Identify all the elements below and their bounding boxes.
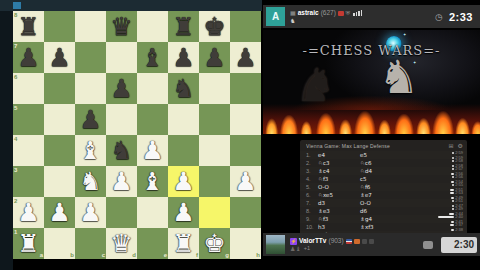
- move-list-panel: Vienna Game: Max Lange Defense ⊞ ⚙ 1.e4e…: [300, 140, 467, 236]
- square-c6[interactable]: [75, 73, 106, 104]
- white-queen[interactable]: ♛: [110, 228, 132, 259]
- white-pawn[interactable]: ♟: [48, 197, 70, 228]
- square-a6[interactable]: 6: [13, 73, 44, 104]
- move-times: 2:372:38: [402, 223, 467, 232]
- flag-icon: [346, 239, 352, 244]
- square-f4[interactable]: [168, 135, 199, 166]
- square-e8[interactable]: [137, 11, 168, 42]
- square-b6[interactable]: [44, 73, 75, 104]
- square-d2[interactable]: [106, 197, 137, 228]
- white-rook[interactable]: ♜: [172, 228, 194, 259]
- square-d6[interactable]: ♟: [106, 73, 137, 104]
- white-knight[interactable]: ♞: [79, 166, 101, 197]
- square-f7[interactable]: ♟: [168, 42, 199, 73]
- square-f5[interactable]: [168, 104, 199, 135]
- square-g5[interactable]: [199, 104, 230, 135]
- player-name[interactable]: astraic: [298, 9, 319, 17]
- square-c7[interactable]: [75, 42, 106, 73]
- twitch-badge-icon: ⚡: [290, 238, 297, 245]
- square-h8[interactable]: [230, 11, 261, 42]
- clock-bottom: 2:30: [441, 237, 477, 253]
- move-number: 2.: [306, 160, 318, 166]
- grid-badge-icon: ▦: [290, 10, 296, 16]
- move-number: 4.: [306, 176, 318, 182]
- square-h2[interactable]: [230, 197, 261, 228]
- square-h5[interactable]: [230, 104, 261, 135]
- top-border-strip: [0, 0, 262, 11]
- white-pawn[interactable]: ♟: [110, 166, 132, 197]
- flames-art: [263, 104, 480, 134]
- black-move[interactable]: O-O: [360, 200, 402, 206]
- square-h6[interactable]: [230, 73, 261, 104]
- white-move[interactable]: ♘c3: [318, 160, 360, 166]
- white-move[interactable]: d3: [318, 200, 360, 206]
- black-pawn[interactable]: ♟: [234, 42, 256, 73]
- square-e2[interactable]: [137, 197, 168, 228]
- white-knight-art: ♞: [378, 54, 419, 100]
- square-g8[interactable]: ♚: [199, 11, 230, 42]
- file-label: h: [256, 252, 260, 258]
- white-move[interactable]: O-O: [318, 184, 360, 190]
- stream-panel: A ▦ astraic (627) ⛨ ♞ ◷ 2:33 ✦ ✦ -=CHESS…: [263, 0, 480, 270]
- square-d8[interactable]: ♛: [106, 11, 137, 42]
- white-pawn[interactable]: ♟: [141, 135, 163, 166]
- square-g1[interactable]: g♚: [199, 228, 230, 259]
- white-move[interactable]: ♗c4: [318, 168, 360, 174]
- square-g6[interactable]: [199, 73, 230, 104]
- square-a7[interactable]: 7♟: [13, 42, 44, 73]
- square-e6[interactable]: [137, 73, 168, 104]
- white-move[interactable]: ♘f3: [318, 176, 360, 182]
- square-d1[interactable]: d♛: [106, 228, 137, 259]
- move-row: 10.h3♗xf32:372:38: [300, 223, 467, 231]
- move-number: 8.: [306, 208, 318, 214]
- player-rating: (627): [321, 9, 336, 17]
- white-move[interactable]: ♗e3: [318, 208, 360, 214]
- black-knight[interactable]: ♞: [110, 135, 132, 166]
- captured-pieces: ♞: [290, 17, 295, 24]
- move-number: 6.: [306, 192, 318, 198]
- black-rook[interactable]: ♜: [172, 11, 194, 42]
- avatar[interactable]: A: [266, 7, 285, 26]
- black-move[interactable]: ♘d4: [360, 168, 402, 174]
- square-d7[interactable]: [106, 42, 137, 73]
- square-e4[interactable]: ♟: [137, 135, 168, 166]
- white-move[interactable]: e4: [318, 152, 360, 158]
- square-d4[interactable]: ♞: [106, 135, 137, 166]
- square-a4[interactable]: 4: [13, 135, 44, 166]
- square-e7[interactable]: ♝: [137, 42, 168, 73]
- square-a3[interactable]: 3: [13, 166, 44, 197]
- square-h4[interactable]: [230, 135, 261, 166]
- file-label: c: [102, 252, 105, 258]
- move-number: 5.: [306, 184, 318, 190]
- square-b8[interactable]: [44, 11, 75, 42]
- white-pawn[interactable]: ♟: [79, 197, 101, 228]
- move-number: 1.: [306, 152, 318, 158]
- black-rook[interactable]: ♜: [17, 11, 39, 42]
- move-number: 10.: [306, 224, 318, 230]
- square-h3[interactable]: ♟: [230, 166, 261, 197]
- file-label: b: [70, 252, 74, 258]
- white-pawn[interactable]: ♟: [234, 166, 256, 197]
- black-move[interactable]: d6: [360, 208, 402, 214]
- square-f6[interactable]: ♞: [168, 73, 199, 104]
- black-move[interactable]: c5: [360, 176, 402, 182]
- badge-icon: [362, 239, 367, 244]
- file-label: a: [40, 252, 43, 258]
- square-d5[interactable]: [106, 104, 137, 135]
- square-e3[interactable]: ♝: [137, 166, 168, 197]
- square-c1[interactable]: c: [75, 228, 106, 259]
- black-queen[interactable]: ♛: [110, 11, 132, 42]
- rank-label: 2: [14, 198, 17, 204]
- material-advantage: +1: [304, 245, 310, 252]
- white-pawn[interactable]: ♟: [172, 197, 194, 228]
- black-knight-art: ♞: [295, 62, 336, 108]
- player-bar-bottom: ⚡ ValorTTv (903) ♟♝ +1 2:30: [263, 233, 480, 256]
- capture-indicator: [13, 2, 21, 9]
- black-move[interactable]: ♗xf3: [360, 224, 402, 230]
- rank-label: 6: [14, 74, 17, 80]
- square-a8[interactable]: 8♜: [13, 11, 44, 42]
- chess-wars-banner: ✦ ✦ -=CHESS WARS=- ♞ ♞: [263, 30, 480, 134]
- square-g2[interactable]: [199, 197, 230, 228]
- black-pawn[interactable]: ♟: [110, 73, 132, 104]
- badge-icon: [369, 239, 374, 244]
- flag-icon: [338, 11, 344, 16]
- square-b3[interactable]: [44, 166, 75, 197]
- star: ✦: [403, 32, 406, 37]
- rank-label: 4: [14, 136, 17, 142]
- avatar-photo[interactable]: [266, 235, 285, 254]
- player-bar-top: A ▦ astraic (627) ⛨ ♞ ◷ 2:33: [263, 5, 480, 28]
- rank-label: 5: [14, 105, 17, 111]
- white-pawn[interactable]: ♟: [17, 197, 39, 228]
- black-knight[interactable]: ♞: [172, 73, 194, 104]
- black-pawn[interactable]: ♟: [172, 42, 194, 73]
- square-g7[interactable]: ♟: [199, 42, 230, 73]
- square-b1[interactable]: b: [44, 228, 75, 259]
- file-label: g: [225, 252, 229, 258]
- captured-pieces: ♟♝: [290, 245, 301, 252]
- connection-bars-icon: [353, 10, 362, 16]
- white-move[interactable]: h3: [318, 224, 360, 230]
- move-number: 3.: [306, 168, 318, 174]
- player-rating: (903): [328, 237, 343, 245]
- white-king[interactable]: ♚: [203, 228, 225, 259]
- left-border-strip: [0, 0, 13, 270]
- file-label: f: [196, 252, 198, 258]
- square-g3[interactable]: [199, 166, 230, 197]
- black-pawn[interactable]: ♟: [79, 104, 101, 135]
- black-move[interactable]: ♘f6: [360, 184, 402, 190]
- black-pawn[interactable]: ♟: [48, 42, 70, 73]
- white-bishop[interactable]: ♝: [79, 135, 101, 166]
- chat-icon[interactable]: [423, 241, 433, 249]
- white-pawn[interactable]: ♟: [172, 166, 194, 197]
- square-f2[interactable]: ♟: [168, 197, 199, 228]
- square-c2[interactable]: ♟: [75, 197, 106, 228]
- black-move[interactable]: e5: [360, 152, 402, 158]
- shield-icon: ⛨: [346, 10, 351, 16]
- square-b5[interactable]: [44, 104, 75, 135]
- white-move[interactable]: ♘xe5: [318, 192, 360, 198]
- square-f3[interactable]: ♟: [168, 166, 199, 197]
- file-label: d: [132, 252, 136, 258]
- square-a5[interactable]: 5: [13, 104, 44, 135]
- board-icon[interactable]: ⊞: [449, 143, 454, 149]
- black-pawn[interactable]: ♟: [203, 42, 225, 73]
- chess-board[interactable]: 8♜♛♜♚7♟♟♝♟♟♟6♟♞5♟4♝♞♟3♞♟♝♟♟2♟♟♟♟1a♜bcd♛e…: [13, 11, 261, 259]
- file-label: e: [164, 252, 167, 258]
- banner-title: -=CHESS WARS=-: [263, 43, 480, 58]
- square-a2[interactable]: 2♟: [13, 197, 44, 228]
- square-c3[interactable]: ♞: [75, 166, 106, 197]
- black-move[interactable]: ♗e7: [360, 192, 402, 198]
- square-e5[interactable]: [137, 104, 168, 135]
- square-d3[interactable]: ♟: [106, 166, 137, 197]
- white-bishop[interactable]: ♝: [141, 166, 163, 197]
- square-f1[interactable]: f♜: [168, 228, 199, 259]
- square-h7[interactable]: ♟: [230, 42, 261, 73]
- rank-label: 8: [14, 12, 17, 18]
- square-b4[interactable]: [44, 135, 75, 166]
- move-number: 9.: [306, 216, 318, 222]
- black-move[interactable]: ♘c6: [360, 160, 402, 166]
- orange-badge-icon: [354, 239, 360, 244]
- black-bishop[interactable]: ♝: [141, 42, 163, 73]
- square-c5[interactable]: ♟: [75, 104, 106, 135]
- clock-top: 2:33: [449, 11, 473, 23]
- black-king[interactable]: ♚: [203, 11, 225, 42]
- rank-label: 7: [14, 43, 17, 49]
- square-c4[interactable]: ♝: [75, 135, 106, 166]
- square-g4[interactable]: [199, 135, 230, 166]
- square-a1[interactable]: 1a♜: [13, 228, 44, 259]
- player-name[interactable]: ValorTTv: [299, 237, 326, 245]
- square-h1[interactable]: h: [230, 228, 261, 259]
- opening-name: Vienna Game: Max Lange Defense: [306, 143, 445, 149]
- black-pawn[interactable]: ♟: [17, 42, 39, 73]
- square-e1[interactable]: e: [137, 228, 168, 259]
- move-number: 7.: [306, 200, 318, 206]
- settings-icon[interactable]: ⚙: [458, 143, 463, 149]
- square-b2[interactable]: ♟: [44, 197, 75, 228]
- rank-label: 1: [14, 229, 17, 235]
- white-rook[interactable]: ♜: [17, 228, 39, 259]
- square-f8[interactable]: ♜: [168, 11, 199, 42]
- white-move[interactable]: ♘f3: [318, 216, 360, 222]
- square-c8[interactable]: [75, 11, 106, 42]
- rank-label: 3: [14, 167, 17, 173]
- timer-icon: ◷: [435, 12, 443, 22]
- black-move[interactable]: ♗g4: [360, 216, 402, 222]
- square-b7[interactable]: ♟: [44, 42, 75, 73]
